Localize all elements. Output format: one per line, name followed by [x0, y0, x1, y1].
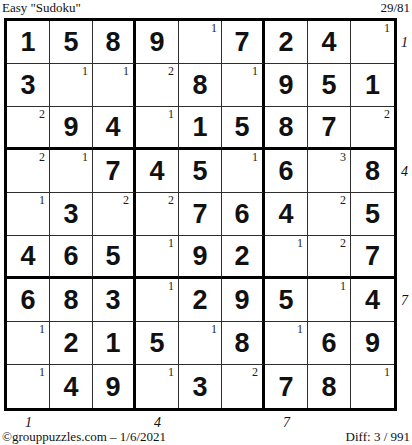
cell-r2c3[interactable]: 1 [93, 64, 136, 107]
cell-r4c2[interactable]: 1 [50, 150, 93, 193]
cell-r5c1[interactable]: 1 [7, 193, 50, 236]
cell-r8c7[interactable]: 1 [265, 322, 308, 365]
cell-r6c5[interactable]: 9 [179, 236, 222, 279]
cell-r4c5[interactable]: 5 [179, 150, 222, 193]
pencil-mark: 2 [252, 365, 258, 379]
page-footer: ©grouppuzzles.com – 1/6/2021 Diff: 3 / 9… [0, 428, 412, 444]
cell-r5c3[interactable]: 2 [93, 193, 136, 236]
given-digit: 3 [63, 201, 78, 228]
pencil-mark: 1 [82, 150, 88, 164]
given-digit: 1 [105, 330, 120, 357]
pencil-mark: 1 [39, 322, 45, 336]
cell-r4c7[interactable]: 6 [265, 150, 308, 193]
cell-r9c2[interactable]: 4 [50, 365, 93, 408]
given-digit: 4 [149, 158, 164, 185]
given-digit: 8 [192, 72, 207, 99]
pencil-mark: 1 [252, 64, 258, 78]
given-digit: 8 [63, 287, 78, 314]
given-digit: 6 [321, 330, 336, 357]
given-digit: 9 [365, 330, 380, 357]
given-digit: 4 [20, 243, 35, 270]
given-digit: 3 [20, 72, 35, 99]
cell-r6c8[interactable]: 2 [308, 236, 351, 279]
cell-r2c1[interactable]: 3 [7, 64, 50, 107]
given-digit: 6 [63, 243, 78, 270]
sudoku-board: 1589172413112819512941158722174516381322… [4, 18, 397, 411]
pencil-mark: 2 [168, 193, 174, 207]
cell-r4c8[interactable]: 3 [308, 150, 351, 193]
cell-r6c1[interactable]: 4 [7, 236, 50, 279]
given-digit: 2 [234, 243, 249, 270]
cell-r9c4[interactable]: 1 [136, 365, 179, 408]
cell-r5c2[interactable]: 3 [50, 193, 93, 236]
cell-r7c3[interactable]: 3 [93, 279, 136, 322]
cell-r1c4[interactable]: 9 [136, 21, 179, 64]
cell-r9c9[interactable]: 1 [351, 365, 394, 408]
pencil-mark: 2 [168, 64, 174, 78]
given-digit: 5 [365, 201, 380, 228]
cell-r7c9[interactable]: 4 [351, 279, 394, 322]
empty-cell-counter: 29/81 [380, 1, 410, 15]
given-digit: 6 [234, 201, 249, 228]
cell-r2c9[interactable]: 1 [351, 64, 394, 107]
cell-r8c5[interactable]: 1 [179, 322, 222, 365]
cell-r9c6[interactable]: 2 [222, 365, 265, 408]
puzzle-title: Easy "Sudoku" [2, 1, 81, 15]
cell-r3c6[interactable]: 5 [222, 107, 265, 150]
given-digit: 9 [63, 114, 78, 141]
cell-r6c7[interactable]: 1 [265, 236, 308, 279]
cell-r6c3[interactable]: 5 [93, 236, 136, 279]
cell-r1c3[interactable]: 8 [93, 21, 136, 64]
cell-r7c7[interactable]: 5 [265, 279, 308, 322]
given-digit: 5 [63, 29, 78, 56]
given-digit: 3 [105, 287, 120, 314]
pencil-mark: 1 [297, 236, 303, 250]
given-digit: 9 [234, 287, 249, 314]
pencil-mark: 1 [168, 236, 174, 250]
pencil-mark: 1 [168, 365, 174, 379]
pencil-mark: 1 [297, 322, 303, 336]
given-digit: 5 [234, 114, 249, 141]
given-digit: 4 [105, 114, 120, 141]
cell-r1c2[interactable]: 5 [50, 21, 93, 64]
pencil-mark: 1 [340, 279, 346, 293]
row-marker-1: 1 [401, 36, 412, 50]
cell-r1c5[interactable]: 1 [179, 21, 222, 64]
given-digit: 7 [105, 158, 120, 185]
copyright-text: ©grouppuzzles.com – 1/6/2021 [2, 430, 166, 444]
pencil-mark: 1 [168, 107, 174, 121]
given-digit: 3 [192, 374, 207, 401]
cell-r7c4[interactable]: 1 [136, 279, 179, 322]
cell-r8c3[interactable]: 1 [93, 322, 136, 365]
given-digit: 8 [365, 158, 380, 185]
pencil-mark: 1 [123, 64, 129, 78]
cell-r2c8[interactable]: 5 [308, 64, 351, 107]
cell-r6c9[interactable]: 7 [351, 236, 394, 279]
cell-r5c4[interactable]: 2 [136, 193, 179, 236]
pencil-mark: 1 [168, 279, 174, 293]
pencil-mark: 1 [384, 21, 390, 35]
cell-r3c7[interactable]: 8 [265, 107, 308, 150]
pencil-mark: 2 [39, 150, 45, 164]
given-digit: 9 [278, 72, 293, 99]
cell-r3c3[interactable]: 4 [93, 107, 136, 150]
pencil-mark: 2 [340, 193, 346, 207]
cell-r5c7[interactable]: 4 [265, 193, 308, 236]
given-digit: 9 [105, 374, 120, 401]
cell-r3c2[interactable]: 9 [50, 107, 93, 150]
cell-r3c4[interactable]: 1 [136, 107, 179, 150]
given-digit: 1 [192, 114, 207, 141]
cell-r4c3[interactable]: 7 [93, 150, 136, 193]
cell-r5c9[interactable]: 5 [351, 193, 394, 236]
given-digit: 2 [192, 287, 207, 314]
pencil-mark: 2 [384, 107, 390, 121]
given-digit: 5 [278, 287, 293, 314]
difficulty-text: Diff: 3 / 991 [346, 430, 410, 444]
cell-r7c6[interactable]: 9 [222, 279, 265, 322]
given-digit: 8 [234, 330, 249, 357]
given-digit: 1 [20, 29, 35, 56]
given-digit: 5 [149, 330, 164, 357]
cell-r2c2[interactable]: 1 [50, 64, 93, 107]
pencil-mark: 1 [211, 322, 217, 336]
pencil-mark: 1 [39, 193, 45, 207]
cell-r1c9[interactable]: 1 [351, 21, 394, 64]
given-digit: 1 [365, 72, 380, 99]
cell-r8c2[interactable]: 2 [50, 322, 93, 365]
row-marker-4: 4 [401, 165, 412, 179]
pencil-mark: 2 [123, 193, 129, 207]
cell-r9c5[interactable]: 3 [179, 365, 222, 408]
cell-r2c5[interactable]: 8 [179, 64, 222, 107]
cell-r5c6[interactable]: 6 [222, 193, 265, 236]
cell-r2c7[interactable]: 9 [265, 64, 308, 107]
cell-r7c1[interactable]: 6 [7, 279, 50, 322]
given-digit: 2 [63, 330, 78, 357]
cell-r9c3[interactable]: 9 [93, 365, 136, 408]
cell-r3c5[interactable]: 1 [179, 107, 222, 150]
cell-r8c9[interactable]: 9 [351, 322, 394, 365]
given-digit: 5 [192, 158, 207, 185]
pencil-mark: 2 [39, 107, 45, 121]
cell-r3c9[interactable]: 2 [351, 107, 394, 150]
cell-r3c1[interactable]: 2 [7, 107, 50, 150]
cell-r6c4[interactable]: 1 [136, 236, 179, 279]
given-digit: 4 [63, 374, 78, 401]
pencil-mark: 1 [82, 64, 88, 78]
pencil-mark: 1 [384, 365, 390, 379]
cell-r2c4[interactable]: 2 [136, 64, 179, 107]
cell-r4c1[interactable]: 2 [7, 150, 50, 193]
cell-r8c1[interactable]: 1 [7, 322, 50, 365]
cell-r9c7[interactable]: 7 [265, 365, 308, 408]
given-digit: 5 [105, 243, 120, 270]
page-header: Easy "Sudoku" 29/81 [0, 0, 412, 17]
cell-r9c8[interactable]: 8 [308, 365, 351, 408]
given-digit: 4 [278, 201, 293, 228]
given-digit: 7 [234, 29, 249, 56]
cell-r8c6[interactable]: 8 [222, 322, 265, 365]
pencil-mark: 1 [252, 150, 258, 164]
cell-r9c1[interactable]: 1 [7, 365, 50, 408]
pencil-mark: 1 [211, 21, 217, 35]
cell-r7c2[interactable]: 8 [50, 279, 93, 322]
given-digit: 7 [365, 243, 380, 270]
pencil-mark: 2 [340, 236, 346, 250]
pencil-mark: 3 [340, 150, 346, 164]
given-digit: 6 [20, 287, 35, 314]
cell-r4c6[interactable]: 1 [222, 150, 265, 193]
given-digit: 5 [321, 72, 336, 99]
cell-r6c6[interactable]: 2 [222, 236, 265, 279]
cell-r1c1[interactable]: 1 [7, 21, 50, 64]
cell-r2c6[interactable]: 1 [222, 64, 265, 107]
cell-r7c5[interactable]: 2 [179, 279, 222, 322]
given-digit: 9 [192, 243, 207, 270]
cell-r1c8[interactable]: 4 [308, 21, 351, 64]
given-digit: 7 [278, 374, 293, 401]
given-digit: 8 [278, 114, 293, 141]
given-digit: 4 [321, 29, 336, 56]
given-digit: 4 [365, 287, 380, 314]
cell-r8c4[interactable]: 5 [136, 322, 179, 365]
given-digit: 8 [105, 29, 120, 56]
row-marker-7: 7 [401, 294, 412, 308]
cell-r5c8[interactable]: 2 [308, 193, 351, 236]
cell-r3c8[interactable]: 7 [308, 107, 351, 150]
given-digit: 8 [321, 374, 336, 401]
given-digit: 9 [149, 29, 164, 56]
cell-r8c8[interactable]: 6 [308, 322, 351, 365]
given-digit: 7 [321, 114, 336, 141]
cell-r6c2[interactable]: 6 [50, 236, 93, 279]
cell-r7c8[interactable]: 1 [308, 279, 351, 322]
cell-r4c4[interactable]: 4 [136, 150, 179, 193]
pencil-mark: 1 [39, 365, 45, 379]
given-digit: 7 [192, 201, 207, 228]
cell-r1c6[interactable]: 7 [222, 21, 265, 64]
cell-r1c7[interactable]: 2 [265, 21, 308, 64]
cell-r5c5[interactable]: 7 [179, 193, 222, 236]
given-digit: 2 [278, 29, 293, 56]
cell-r4c9[interactable]: 8 [351, 150, 394, 193]
given-digit: 6 [278, 158, 293, 185]
